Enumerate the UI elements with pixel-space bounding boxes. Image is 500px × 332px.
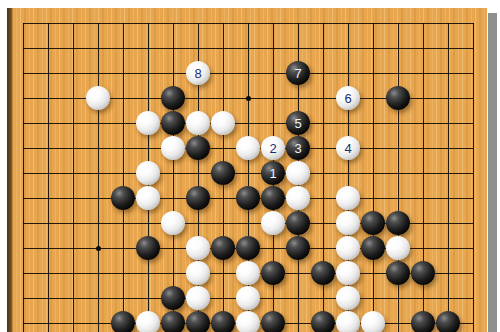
stone-black[interactable] [211,161,235,185]
stone-black[interactable] [136,236,160,260]
stone-black[interactable] [411,261,435,285]
grid-line-vertical [123,23,124,332]
grid-line-vertical [48,23,49,332]
grid-line-vertical [448,23,449,332]
grid-line-vertical [423,23,424,332]
stone-black[interactable] [436,311,460,332]
stone-white-move-6[interactable]: 6 [336,86,360,110]
move-number-label: 8 [194,67,201,80]
move-number-label: 2 [269,142,276,155]
move-number-label: 3 [294,142,301,155]
screenshot-root: { "game": { "name": "Go", "board_size": … [0,0,500,332]
stone-black[interactable] [161,111,185,135]
stone-white[interactable] [336,261,360,285]
grid-line-vertical [73,23,74,332]
move-number-label: 7 [294,67,301,80]
stone-black[interactable] [386,261,410,285]
grid-line-horizontal [23,73,474,74]
stone-white[interactable] [236,136,260,160]
stone-black[interactable] [361,236,385,260]
stone-black[interactable] [411,311,435,332]
stone-black[interactable] [311,311,335,332]
stone-white[interactable] [136,311,160,332]
stone-black[interactable] [361,211,385,235]
stone-white[interactable] [336,286,360,310]
stone-black[interactable] [261,186,285,210]
stone-black[interactable] [161,311,185,332]
stone-black[interactable] [261,261,285,285]
stone-white[interactable] [336,236,360,260]
stone-black[interactable] [211,236,235,260]
stone-black-move-1[interactable]: 1 [261,161,285,185]
grid-line-vertical [23,23,24,332]
stone-black[interactable] [236,236,260,260]
grid-line-horizontal [23,123,474,124]
stone-white[interactable] [336,211,360,235]
stone-black-move-5[interactable]: 5 [286,111,310,135]
stone-white[interactable] [236,311,260,332]
stone-black[interactable] [311,261,335,285]
stone-black[interactable] [111,186,135,210]
stone-white[interactable] [186,236,210,260]
stone-white[interactable] [186,111,210,135]
stone-white[interactable] [186,286,210,310]
stone-black[interactable] [211,311,235,332]
stone-white[interactable] [236,261,260,285]
star-point [246,96,251,101]
stone-white[interactable] [161,136,185,160]
stone-black-move-7[interactable]: 7 [286,61,310,85]
stone-black[interactable] [286,211,310,235]
stone-white[interactable] [336,311,360,332]
stone-white[interactable] [186,261,210,285]
stone-white[interactable] [261,211,285,235]
grid-line-vertical [323,23,324,332]
stone-white[interactable] [236,286,260,310]
stone-white[interactable] [136,186,160,210]
move-number-label: 5 [294,117,301,130]
board-left-edge [7,8,13,332]
stone-black[interactable] [386,86,410,110]
grid-line-vertical [473,23,474,332]
stone-white[interactable] [211,111,235,135]
grid-line-horizontal [23,23,474,24]
star-point [96,246,101,251]
stone-black[interactable] [186,186,210,210]
move-number-label: 1 [269,167,276,180]
stone-white-move-4[interactable]: 4 [336,136,360,160]
stone-white[interactable] [161,211,185,235]
board-drop-shadow [488,13,497,332]
stone-black[interactable] [161,86,185,110]
stone-black-move-3[interactable]: 3 [286,136,310,160]
stone-white-move-2[interactable]: 2 [261,136,285,160]
grid-line-vertical [98,23,99,332]
move-number-label: 4 [344,142,351,155]
stone-black[interactable] [186,311,210,332]
stone-white[interactable] [136,161,160,185]
grid-line-horizontal [23,48,474,49]
stone-white[interactable] [136,111,160,135]
stone-black[interactable] [386,211,410,235]
stone-black[interactable] [111,311,135,332]
stone-black[interactable] [186,136,210,160]
grid-line-vertical [373,23,374,332]
stone-black[interactable] [286,236,310,260]
stone-white[interactable] [86,86,110,110]
stone-black[interactable] [236,186,260,210]
stone-black[interactable] [261,311,285,332]
grid-line-horizontal [23,173,474,174]
stone-white[interactable] [336,186,360,210]
stone-white[interactable] [286,161,310,185]
stone-white[interactable] [286,186,310,210]
stone-black[interactable] [161,286,185,310]
grid-line-vertical [398,23,399,332]
stone-white-move-8[interactable]: 8 [186,61,210,85]
move-number-label: 6 [344,92,351,105]
stone-white[interactable] [361,311,385,332]
go-board[interactable]: 87652341 [7,8,487,332]
stone-white[interactable] [386,236,410,260]
